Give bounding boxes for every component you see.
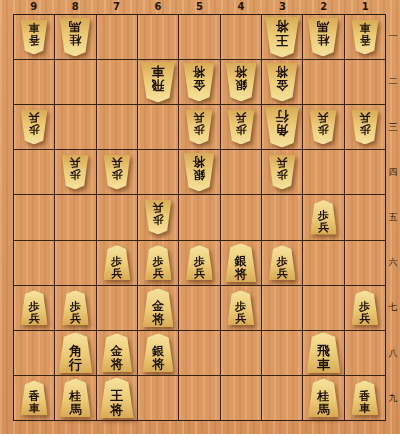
board-cell-3-2[interactable]: 金将	[262, 60, 302, 104]
piece-kanji: 兵	[318, 222, 329, 234]
board-cell-6-6[interactable]: 歩兵	[138, 241, 178, 285]
shogi-piece-gote-knight[interactable]: 桂馬	[60, 18, 91, 57]
shogi-piece-gote-pawn[interactable]: 歩兵	[310, 110, 337, 145]
piece-body: 桂馬	[60, 18, 91, 57]
piece-body: 金将	[184, 63, 215, 102]
piece-body: 歩兵	[269, 245, 296, 280]
board-cell-9-7[interactable]: 歩兵	[14, 286, 54, 330]
piece-kanji: 兵	[111, 267, 122, 279]
file-label-4: 4	[220, 0, 261, 14]
board-cell-5-1[interactable]	[179, 15, 219, 59]
piece-kanji: 将	[193, 65, 205, 78]
board-cell-4-6[interactable]: 銀将	[221, 241, 261, 285]
piece-kanji: 歩	[235, 123, 246, 135]
board-cell-1-1[interactable]: 香車	[345, 15, 385, 59]
piece-kanji: 車	[29, 21, 40, 33]
piece-body: 王将	[265, 17, 299, 58]
rank-label-2: 二	[386, 59, 400, 104]
piece-kanji: 馬	[317, 402, 329, 415]
shogi-piece-sente-silver[interactable]: 銀将	[143, 333, 174, 372]
shogi-piece-sente-rook[interactable]: 飛車	[306, 332, 340, 373]
shogi-piece-sente-pawn[interactable]: 歩兵	[351, 290, 378, 325]
piece-body: 歩兵	[145, 245, 172, 280]
piece-body: 王将	[100, 377, 134, 418]
shogi-piece-gote-pawn[interactable]: 歩兵	[62, 155, 89, 190]
piece-body: 飛車	[306, 332, 340, 373]
piece-kanji: 銀	[235, 78, 247, 91]
piece-kanji: 桂	[317, 33, 329, 46]
rank-label-3: 三	[386, 104, 400, 149]
piece-kanji: 馬	[69, 20, 81, 33]
board-cell-6-1[interactable]	[138, 15, 178, 59]
board-cell-4-5[interactable]	[221, 195, 261, 239]
shogi-piece-sente-lance[interactable]: 香車	[21, 380, 48, 415]
piece-kanji: 兵	[277, 156, 288, 168]
board-cell-4-8[interactable]	[221, 331, 261, 375]
piece-body: 桂馬	[60, 378, 91, 417]
shogi-piece-gote-pawn[interactable]: 歩兵	[103, 155, 130, 190]
board-cell-9-5[interactable]	[14, 195, 54, 239]
board-cell-5-6[interactable]: 歩兵	[179, 241, 219, 285]
board-cell-4-3[interactable]: 歩兵	[221, 105, 261, 149]
piece-body: 歩兵	[186, 110, 213, 145]
piece-kanji: 歩	[194, 123, 205, 135]
board-cell-8-5[interactable]	[55, 195, 95, 239]
board-cell-1-8[interactable]	[345, 331, 385, 375]
board-cell-1-6[interactable]	[345, 241, 385, 285]
shogi-piece-sente-pawn[interactable]: 歩兵	[62, 290, 89, 325]
rank-label-7: 七	[386, 285, 400, 330]
board-cell-8-4[interactable]: 歩兵	[55, 150, 95, 194]
shogi-piece-sente-king[interactable]: 王将	[100, 377, 134, 418]
board-cell-6-2[interactable]: 飛車	[138, 60, 178, 104]
file-label-8: 8	[54, 0, 95, 14]
piece-kanji: 歩	[359, 123, 370, 135]
piece-body: 銀将	[184, 153, 215, 192]
shogi-piece-gote-pawn[interactable]: 歩兵	[269, 155, 296, 190]
board-cell-8-6[interactable]	[55, 241, 95, 285]
board-cell-7-7[interactable]	[97, 286, 137, 330]
board-cell-3-6[interactable]: 歩兵	[262, 241, 302, 285]
shogi-piece-gote-pawn[interactable]: 歩兵	[145, 200, 172, 235]
board-cell-8-8[interactable]: 角行	[55, 331, 95, 375]
piece-kanji: 兵	[111, 156, 122, 168]
piece-body: 歩兵	[227, 290, 254, 325]
piece-body: 歩兵	[103, 155, 130, 190]
piece-body: 歩兵	[310, 110, 337, 145]
shogi-piece-sente-gold[interactable]: 金将	[101, 333, 132, 372]
board-cell-3-1[interactable]: 王将	[262, 15, 302, 59]
piece-kanji: 王	[110, 388, 123, 402]
rank-label-5: 五	[386, 195, 400, 240]
piece-body: 歩兵	[351, 290, 378, 325]
piece-kanji: 角	[69, 343, 82, 357]
board-cell-1-9[interactable]: 香車	[345, 376, 385, 420]
piece-body: 香車	[21, 380, 48, 415]
piece-body: 歩兵	[310, 200, 337, 235]
file-labels: 987654321	[13, 0, 386, 14]
file-label-2: 2	[303, 0, 344, 14]
piece-body: 桂馬	[308, 378, 339, 417]
piece-kanji: 金	[276, 78, 288, 91]
piece-kanji: 兵	[235, 111, 246, 123]
board-cell-8-7[interactable]: 歩兵	[55, 286, 95, 330]
rank-label-9: 九	[386, 376, 400, 421]
board-cell-8-1[interactable]: 桂馬	[55, 15, 95, 59]
piece-kanji: 歩	[29, 123, 40, 135]
board-cell-8-2[interactable]	[55, 60, 95, 104]
board-cell-8-9[interactable]: 桂馬	[55, 376, 95, 420]
piece-kanji: 歩	[277, 168, 288, 180]
piece-kanji: 歩	[318, 123, 329, 135]
board-cell-3-4[interactable]: 歩兵	[262, 150, 302, 194]
shogi-piece-gote-rook[interactable]: 飛車	[141, 62, 175, 103]
piece-kanji: 行	[276, 109, 289, 123]
board-cell-5-4[interactable]: 銀将	[179, 150, 219, 194]
file-label-9: 9	[13, 0, 54, 14]
piece-body: 銀将	[225, 63, 256, 102]
piece-body: 歩兵	[269, 155, 296, 190]
file-label-3: 3	[262, 0, 303, 14]
shogi-piece-sente-gold[interactable]: 金将	[143, 288, 174, 327]
piece-kanji: 兵	[70, 312, 81, 324]
piece-body: 飛車	[141, 62, 175, 103]
piece-body: 香車	[351, 380, 378, 415]
board-cell-7-8[interactable]: 金将	[97, 331, 137, 375]
board-cell-6-8[interactable]: 銀将	[138, 331, 178, 375]
file-label-7: 7	[96, 0, 137, 14]
shogi-piece-sente-pawn[interactable]: 歩兵	[103, 245, 130, 280]
shogi-piece-gote-king[interactable]: 王将	[265, 17, 299, 58]
piece-kanji: 将	[235, 65, 247, 78]
shogi-piece-sente-bishop[interactable]: 角行	[58, 332, 92, 373]
piece-body: 歩兵	[21, 290, 48, 325]
board-cell-5-2[interactable]: 金将	[179, 60, 219, 104]
shogi-piece-sente-pawn[interactable]: 歩兵	[145, 245, 172, 280]
board-cell-7-4[interactable]: 歩兵	[97, 150, 137, 194]
board-cell-7-3[interactable]	[97, 105, 137, 149]
board-cell-1-4[interactable]	[345, 150, 385, 194]
piece-kanji: 飛	[317, 343, 330, 357]
piece-body: 角行	[58, 332, 92, 373]
board-cell-9-9[interactable]: 香車	[14, 376, 54, 420]
piece-body: 銀将	[143, 333, 174, 372]
board-cell-5-7[interactable]	[179, 286, 219, 330]
shogi-piece-sente-pawn[interactable]: 歩兵	[186, 245, 213, 280]
piece-kanji: 将	[110, 402, 123, 416]
piece-kanji: 将	[111, 357, 123, 370]
piece-body: 桂馬	[308, 18, 339, 57]
piece-kanji: 将	[276, 19, 289, 33]
file-label-5: 5	[179, 0, 220, 14]
piece-kanji: 金	[193, 78, 205, 91]
piece-kanji: 将	[235, 267, 247, 280]
piece-kanji: 角	[276, 123, 289, 137]
shogi-piece-gote-knight[interactable]: 桂馬	[308, 18, 339, 57]
piece-body: 金将	[267, 63, 298, 102]
piece-body: 歩兵	[186, 245, 213, 280]
board-cell-2-1[interactable]: 桂馬	[303, 15, 343, 59]
piece-body: 歩兵	[351, 110, 378, 145]
shogi-board: 香車桂馬王将桂馬香車飛車金将銀将金将歩兵歩兵歩兵角行歩兵歩兵歩兵歩兵銀将歩兵歩兵…	[13, 14, 386, 421]
board-cell-5-5[interactable]	[179, 195, 219, 239]
piece-kanji: 歩	[153, 213, 164, 225]
piece-body: 歩兵	[62, 290, 89, 325]
piece-kanji: 将	[152, 312, 164, 325]
board-cell-3-9[interactable]	[262, 376, 302, 420]
board-cell-2-4[interactable]	[303, 150, 343, 194]
board-cell-7-9[interactable]: 王将	[97, 376, 137, 420]
piece-kanji: 兵	[235, 312, 246, 324]
board-cell-5-3[interactable]: 歩兵	[179, 105, 219, 149]
board-cell-9-1[interactable]: 香車	[14, 15, 54, 59]
piece-kanji: 馬	[69, 402, 81, 415]
rank-label-1: 一	[386, 14, 400, 59]
board-cell-7-2[interactable]	[97, 60, 137, 104]
piece-kanji: 将	[276, 65, 288, 78]
piece-kanji: 兵	[359, 111, 370, 123]
board-cell-8-3[interactable]	[55, 105, 95, 149]
board-cell-2-8[interactable]: 飛車	[303, 331, 343, 375]
piece-body: 香車	[21, 20, 48, 55]
piece-kanji: 馬	[317, 20, 329, 33]
shogi-piece-gote-lance[interactable]: 香車	[21, 20, 48, 55]
piece-body: 銀将	[225, 243, 256, 282]
piece-kanji: 将	[152, 357, 164, 370]
piece-body: 金将	[143, 288, 174, 327]
board-cell-6-5[interactable]: 歩兵	[138, 195, 178, 239]
piece-body: 歩兵	[227, 110, 254, 145]
piece-kanji: 兵	[277, 267, 288, 279]
piece-kanji: 車	[317, 357, 330, 371]
shogi-piece-gote-pawn[interactable]: 歩兵	[351, 110, 378, 145]
piece-kanji: 銀	[193, 168, 205, 181]
piece-body: 歩兵	[21, 110, 48, 145]
shogi-piece-gote-pawn[interactable]: 歩兵	[227, 110, 254, 145]
piece-kanji: 車	[359, 402, 370, 414]
shogi-piece-gote-gold[interactable]: 金将	[267, 63, 298, 102]
board-cell-2-5[interactable]: 歩兵	[303, 195, 343, 239]
board-cell-1-3[interactable]: 歩兵	[345, 105, 385, 149]
shogi-piece-sente-pawn[interactable]: 歩兵	[269, 245, 296, 280]
board-cell-2-6[interactable]	[303, 241, 343, 285]
piece-body: 角行	[265, 107, 299, 148]
shogi-piece-sente-knight[interactable]: 桂馬	[308, 378, 339, 417]
board-cell-1-2[interactable]	[345, 60, 385, 104]
shogi-piece-gote-silver[interactable]: 銀将	[184, 153, 215, 192]
shogi-piece-sente-pawn[interactable]: 歩兵	[310, 200, 337, 235]
piece-kanji: 兵	[29, 312, 40, 324]
shogi-piece-gote-gold[interactable]: 金将	[184, 63, 215, 102]
board-cell-9-3[interactable]: 歩兵	[14, 105, 54, 149]
piece-body: 歩兵	[62, 155, 89, 190]
shogi-piece-sente-lance[interactable]: 香車	[351, 380, 378, 415]
board-cell-2-3[interactable]: 歩兵	[303, 105, 343, 149]
piece-kanji: 車	[152, 64, 165, 78]
piece-kanji: 兵	[153, 201, 164, 213]
piece-body: 金将	[101, 333, 132, 372]
board-cell-2-7[interactable]	[303, 286, 343, 330]
piece-kanji: 兵	[29, 111, 40, 123]
file-label-6: 6	[137, 0, 178, 14]
shogi-piece-sente-pawn[interactable]: 歩兵	[21, 290, 48, 325]
board-cell-6-3[interactable]	[138, 105, 178, 149]
piece-kanji: 桂	[69, 33, 81, 46]
rank-label-4: 四	[386, 150, 400, 195]
board-cell-7-1[interactable]	[97, 15, 137, 59]
piece-kanji: 兵	[359, 312, 370, 324]
board-cell-2-9[interactable]: 桂馬	[303, 376, 343, 420]
board-cell-4-7[interactable]: 歩兵	[221, 286, 261, 330]
board-cell-9-4[interactable]	[14, 150, 54, 194]
board-cell-5-9[interactable]	[179, 376, 219, 420]
board-cell-9-2[interactable]	[14, 60, 54, 104]
shogi-piece-gote-lance[interactable]: 香車	[351, 20, 378, 55]
piece-kanji: 歩	[111, 168, 122, 180]
board-cell-3-7[interactable]	[262, 286, 302, 330]
shogi-piece-sente-pawn[interactable]: 歩兵	[227, 290, 254, 325]
board-cell-4-2[interactable]: 銀将	[221, 60, 261, 104]
rank-label-8: 八	[386, 331, 400, 376]
piece-kanji: 兵	[70, 156, 81, 168]
board-cell-1-5[interactable]	[345, 195, 385, 239]
board-cell-4-1[interactable]	[221, 15, 261, 59]
board-cell-3-5[interactable]	[262, 195, 302, 239]
piece-kanji: 王	[276, 33, 289, 47]
board-cell-1-7[interactable]: 歩兵	[345, 286, 385, 330]
board-cell-5-8[interactable]	[179, 331, 219, 375]
piece-kanji: 兵	[153, 267, 164, 279]
piece-kanji: 兵	[194, 267, 205, 279]
piece-kanji: 兵	[194, 111, 205, 123]
piece-kanji: 兵	[318, 111, 329, 123]
rank-label-6: 六	[386, 240, 400, 285]
board-cell-7-6[interactable]: 歩兵	[97, 241, 137, 285]
shogi-piece-sente-silver[interactable]: 銀将	[225, 243, 256, 282]
piece-body: 香車	[351, 20, 378, 55]
board-cell-4-4[interactable]	[221, 150, 261, 194]
board-cell-6-9[interactable]	[138, 376, 178, 420]
shogi-piece-gote-silver[interactable]: 銀将	[225, 63, 256, 102]
board-cell-6-4[interactable]	[138, 150, 178, 194]
piece-kanji: 車	[29, 402, 40, 414]
shogi-piece-gote-pawn[interactable]: 歩兵	[21, 110, 48, 145]
board-cell-9-8[interactable]	[14, 331, 54, 375]
piece-kanji: 将	[193, 155, 205, 168]
shogi-piece-sente-knight[interactable]: 桂馬	[60, 378, 91, 417]
piece-body: 歩兵	[103, 245, 130, 280]
piece-kanji: 香	[359, 33, 370, 45]
board-cell-3-3[interactable]: 角行	[262, 105, 302, 149]
board-cell-6-7[interactable]: 金将	[138, 286, 178, 330]
board-cell-9-6[interactable]	[14, 241, 54, 285]
board-cell-4-9[interactable]	[221, 376, 261, 420]
piece-body: 歩兵	[145, 200, 172, 235]
file-label-1: 1	[345, 0, 386, 14]
rank-labels: 一二三四五六七八九	[386, 14, 400, 421]
shogi-piece-gote-bishop[interactable]: 角行	[265, 107, 299, 148]
board-cell-7-5[interactable]	[97, 195, 137, 239]
piece-kanji: 車	[359, 21, 370, 33]
board-cell-3-8[interactable]	[262, 331, 302, 375]
board-cell-2-2[interactable]	[303, 60, 343, 104]
piece-kanji: 歩	[70, 168, 81, 180]
shogi-piece-gote-pawn[interactable]: 歩兵	[186, 110, 213, 145]
piece-kanji: 香	[29, 33, 40, 45]
piece-kanji: 行	[69, 357, 82, 371]
piece-kanji: 飛	[152, 78, 165, 92]
